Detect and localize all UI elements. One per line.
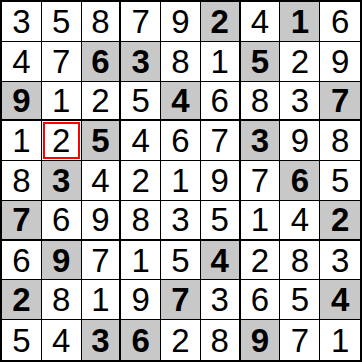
cell-r2c5[interactable]: 8: [161, 42, 201, 82]
cell-r5c1[interactable]: 8: [2, 161, 42, 201]
cell-r3c7[interactable]: 8: [241, 82, 281, 122]
cell-r1c6[interactable]: 2: [201, 2, 241, 42]
cell-r7c3[interactable]: 7: [82, 241, 122, 281]
cell-r2c1[interactable]: 4: [2, 42, 42, 82]
cell-r9c1[interactable]: 5: [2, 320, 42, 360]
cell-r6c2[interactable]: 6: [42, 201, 82, 241]
cell-r9c7[interactable]: 9: [241, 320, 281, 360]
cell-r2c7[interactable]: 5: [241, 42, 281, 82]
cell-r9c6[interactable]: 8: [201, 320, 241, 360]
cell-r1c1[interactable]: 3: [2, 2, 42, 42]
cell-r2c6[interactable]: 1: [201, 42, 241, 82]
cell-r8c1[interactable]: 2: [2, 280, 42, 320]
cell-r6c8[interactable]: 4: [280, 201, 320, 241]
cell-r4c7[interactable]: 3: [241, 121, 281, 161]
cell-r3c6[interactable]: 6: [201, 82, 241, 122]
cell-r9c8[interactable]: 7: [280, 320, 320, 360]
cell-r8c6[interactable]: 3: [201, 280, 241, 320]
cell-r1c4[interactable]: 7: [121, 2, 161, 42]
cell-r8c7[interactable]: 6: [241, 280, 281, 320]
cell-r2c4[interactable]: 3: [121, 42, 161, 82]
cell-r1c2[interactable]: 5: [42, 2, 82, 42]
cell-r6c4[interactable]: 8: [121, 201, 161, 241]
cell-r3c2[interactable]: 1: [42, 82, 82, 122]
cell-r1c9[interactable]: 6: [320, 2, 360, 42]
cell-r9c2[interactable]: 4: [42, 320, 82, 360]
cell-r1c8[interactable]: 1: [280, 2, 320, 42]
cell-r5c3[interactable]: 4: [82, 161, 122, 201]
cell-r8c5[interactable]: 7: [161, 280, 201, 320]
cell-r5c7[interactable]: 7: [241, 161, 281, 201]
cell-r6c5[interactable]: 3: [161, 201, 201, 241]
sudoku-board: 3587924164763815299125468371254673988342…: [0, 0, 362, 362]
cell-r4c4[interactable]: 4: [121, 121, 161, 161]
cell-r5c9[interactable]: 5: [320, 161, 360, 201]
cell-r4c5[interactable]: 6: [161, 121, 201, 161]
cell-r7c7[interactable]: 2: [241, 241, 281, 281]
cell-r6c9[interactable]: 2: [320, 201, 360, 241]
cell-r6c3[interactable]: 9: [82, 201, 122, 241]
cell-r4c3[interactable]: 5: [82, 121, 122, 161]
cell-r5c2[interactable]: 3: [42, 161, 82, 201]
cell-r9c5[interactable]: 2: [161, 320, 201, 360]
cell-r4c2[interactable]: 2: [42, 121, 82, 161]
cell-r7c6[interactable]: 4: [201, 241, 241, 281]
cell-r1c7[interactable]: 4: [241, 2, 281, 42]
cell-r2c8[interactable]: 2: [280, 42, 320, 82]
cell-r1c5[interactable]: 9: [161, 2, 201, 42]
cell-r9c9[interactable]: 1: [320, 320, 360, 360]
cell-r4c6[interactable]: 7: [201, 121, 241, 161]
cell-r8c2[interactable]: 8: [42, 280, 82, 320]
cell-r3c3[interactable]: 2: [82, 82, 122, 122]
cell-r5c6[interactable]: 9: [201, 161, 241, 201]
cell-r4c1[interactable]: 1: [2, 121, 42, 161]
cell-r3c8[interactable]: 3: [280, 82, 320, 122]
cell-r7c4[interactable]: 1: [121, 241, 161, 281]
cell-r7c5[interactable]: 5: [161, 241, 201, 281]
cell-r8c8[interactable]: 5: [280, 280, 320, 320]
cell-r2c9[interactable]: 9: [320, 42, 360, 82]
cell-r5c5[interactable]: 1: [161, 161, 201, 201]
cell-r7c1[interactable]: 6: [2, 241, 42, 281]
cell-r2c2[interactable]: 7: [42, 42, 82, 82]
cell-r8c3[interactable]: 1: [82, 280, 122, 320]
cell-r5c8[interactable]: 6: [280, 161, 320, 201]
cell-r3c9[interactable]: 7: [320, 82, 360, 122]
cell-r7c8[interactable]: 8: [280, 241, 320, 281]
cell-r4c8[interactable]: 9: [280, 121, 320, 161]
cell-r8c9[interactable]: 4: [320, 280, 360, 320]
selected-cell-highlight: [43, 122, 80, 159]
cell-r4c9[interactable]: 8: [320, 121, 360, 161]
cell-r9c4[interactable]: 6: [121, 320, 161, 360]
cell-r6c7[interactable]: 1: [241, 201, 281, 241]
cell-r6c6[interactable]: 5: [201, 201, 241, 241]
cell-r8c4[interactable]: 9: [121, 280, 161, 320]
cell-r7c9[interactable]: 3: [320, 241, 360, 281]
cell-r3c4[interactable]: 5: [121, 82, 161, 122]
cell-r7c2[interactable]: 9: [42, 241, 82, 281]
cell-r5c4[interactable]: 2: [121, 161, 161, 201]
cell-r9c3[interactable]: 3: [82, 320, 122, 360]
cell-r3c5[interactable]: 4: [161, 82, 201, 122]
cell-r1c3[interactable]: 8: [82, 2, 122, 42]
cell-r2c3[interactable]: 6: [82, 42, 122, 82]
cell-r6c1[interactable]: 7: [2, 201, 42, 241]
cell-r3c1[interactable]: 9: [2, 82, 42, 122]
